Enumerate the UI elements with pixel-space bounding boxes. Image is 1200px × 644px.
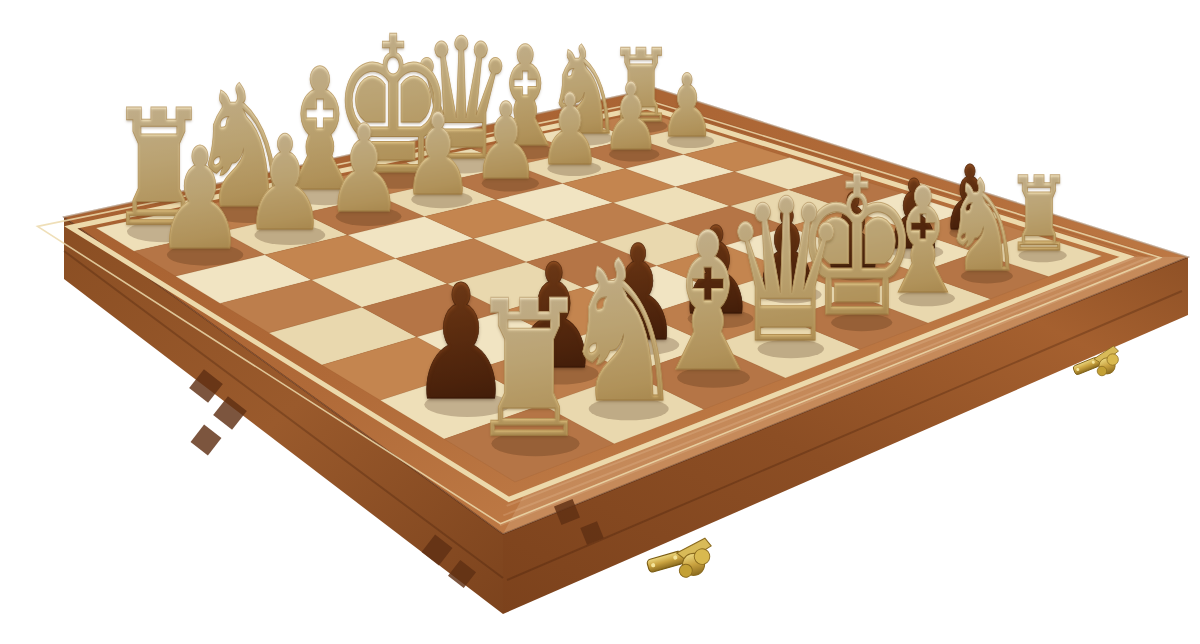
piece-white-pawn[interactable]: ♟ [601,71,661,164]
piece-white-pawn[interactable]: ♟ [154,129,245,270]
pieces-layer: ♜♞♝♚♛♝♞♜♟♟♟♟♟♟♟♟♟♟♟♟♟♟♟♟♜♞♝♛♚♝♞♜ [0,0,1200,644]
chess-set-photo: ♜♞♝♚♛♝♞♜♟♟♟♟♟♟♟♟♟♟♟♟♟♟♟♟♜♞♝♛♚♝♞♜ [0,0,1200,644]
piece-white-rook[interactable]: ♜ [468,275,590,464]
piece-white-pawn[interactable]: ♟ [401,98,474,211]
piece-white-pawn[interactable]: ♟ [325,108,403,229]
piece-white-pawn[interactable]: ♟ [538,80,602,179]
piece-white-pawn[interactable]: ♟ [472,89,540,195]
piece-white-pawn[interactable]: ♟ [243,118,328,249]
piece-white-pawn[interactable]: ♟ [659,63,715,150]
